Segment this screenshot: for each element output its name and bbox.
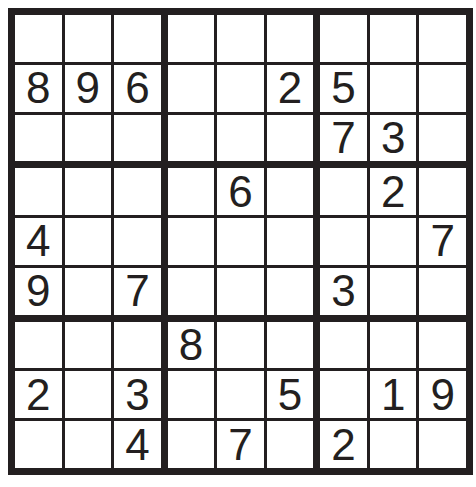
cell-r3c3[interactable] [114, 115, 161, 162]
cell-r2c5[interactable] [217, 65, 264, 112]
cell-r8c8[interactable]: 1 [370, 371, 417, 418]
cell-r1c9[interactable] [419, 15, 466, 62]
cell-r5c9[interactable]: 7 [419, 218, 466, 265]
cell-r9c7[interactable]: 2 [320, 421, 367, 468]
cell-r4c7[interactable] [320, 168, 367, 215]
cell-r4c4[interactable] [168, 168, 215, 215]
box-1-2: 2 [168, 15, 314, 161]
cell-r3c9[interactable] [419, 115, 466, 162]
box-3-3: 192 [320, 322, 466, 468]
cell-r4c1[interactable] [15, 168, 62, 215]
cell-r5c6[interactable] [267, 218, 314, 265]
cell-r4c9[interactable] [419, 168, 466, 215]
box-1-3: 573 [320, 15, 466, 161]
box-3-2: 857 [168, 322, 314, 468]
cell-r9c3[interactable]: 4 [114, 421, 161, 468]
cell-r9c2[interactable] [65, 421, 112, 468]
cell-r8c4[interactable] [168, 371, 215, 418]
box-2-1: 497 [15, 168, 161, 314]
cell-r6c5[interactable] [217, 268, 264, 315]
cell-r3c8[interactable]: 3 [370, 115, 417, 162]
cell-r2c6[interactable]: 2 [267, 65, 314, 112]
cell-r6c1[interactable]: 9 [15, 268, 62, 315]
box-3-1: 234 [15, 322, 161, 468]
cell-r7c8[interactable] [370, 322, 417, 369]
cell-r1c4[interactable] [168, 15, 215, 62]
cell-r3c4[interactable] [168, 115, 215, 162]
cell-r2c4[interactable] [168, 65, 215, 112]
cell-r5c3[interactable] [114, 218, 161, 265]
cell-r3c5[interactable] [217, 115, 264, 162]
cell-r6c2[interactable] [65, 268, 112, 315]
cell-r2c2[interactable]: 9 [65, 65, 112, 112]
cell-r3c2[interactable] [65, 115, 112, 162]
box-2-2: 6 [168, 168, 314, 314]
cell-r5c1[interactable]: 4 [15, 218, 62, 265]
cell-r5c4[interactable] [168, 218, 215, 265]
cell-r6c8[interactable] [370, 268, 417, 315]
cell-r6c7[interactable]: 3 [320, 268, 367, 315]
cell-r8c6[interactable]: 5 [267, 371, 314, 418]
cell-r5c7[interactable] [320, 218, 367, 265]
cell-r1c6[interactable] [267, 15, 314, 62]
cell-r5c2[interactable] [65, 218, 112, 265]
sudoku-board: 89625734976273234857192 [8, 8, 473, 475]
cell-r9c8[interactable] [370, 421, 417, 468]
cell-r7c4[interactable]: 8 [168, 322, 215, 369]
cell-r1c7[interactable] [320, 15, 367, 62]
cell-r2c7[interactable]: 5 [320, 65, 367, 112]
cell-r2c9[interactable] [419, 65, 466, 112]
cell-r7c7[interactable] [320, 322, 367, 369]
cell-r1c3[interactable] [114, 15, 161, 62]
cell-r2c8[interactable] [370, 65, 417, 112]
cell-r5c5[interactable] [217, 218, 264, 265]
cell-r2c1[interactable]: 8 [15, 65, 62, 112]
cell-r7c5[interactable] [217, 322, 264, 369]
cell-r6c6[interactable] [267, 268, 314, 315]
cell-r1c1[interactable] [15, 15, 62, 62]
cell-r4c5[interactable]: 6 [217, 168, 264, 215]
cell-r4c6[interactable] [267, 168, 314, 215]
cell-r5c8[interactable] [370, 218, 417, 265]
cell-r8c3[interactable]: 3 [114, 371, 161, 418]
cell-r7c1[interactable] [15, 322, 62, 369]
cell-r1c8[interactable] [370, 15, 417, 62]
cell-r9c4[interactable] [168, 421, 215, 468]
box-2-3: 273 [320, 168, 466, 314]
cell-r3c7[interactable]: 7 [320, 115, 367, 162]
cell-r4c2[interactable] [65, 168, 112, 215]
cell-r8c7[interactable] [320, 371, 367, 418]
cell-r8c5[interactable] [217, 371, 264, 418]
cell-r9c6[interactable] [267, 421, 314, 468]
cell-r9c9[interactable] [419, 421, 466, 468]
cell-r2c3[interactable]: 6 [114, 65, 161, 112]
cell-r1c5[interactable] [217, 15, 264, 62]
cell-r6c9[interactable] [419, 268, 466, 315]
cell-r7c2[interactable] [65, 322, 112, 369]
cell-r9c5[interactable]: 7 [217, 421, 264, 468]
cell-r6c4[interactable] [168, 268, 215, 315]
cell-r8c1[interactable]: 2 [15, 371, 62, 418]
cell-r4c8[interactable]: 2 [370, 168, 417, 215]
cell-r3c6[interactable] [267, 115, 314, 162]
cell-r8c2[interactable] [65, 371, 112, 418]
cell-r7c9[interactable] [419, 322, 466, 369]
cell-r4c3[interactable] [114, 168, 161, 215]
cell-r9c1[interactable] [15, 421, 62, 468]
cell-r7c6[interactable] [267, 322, 314, 369]
cell-r7c3[interactable] [114, 322, 161, 369]
cell-r1c2[interactable] [65, 15, 112, 62]
cell-r6c3[interactable]: 7 [114, 268, 161, 315]
cell-r8c9[interactable]: 9 [419, 371, 466, 418]
cell-r3c1[interactable] [15, 115, 62, 162]
box-1-1: 896 [15, 15, 161, 161]
